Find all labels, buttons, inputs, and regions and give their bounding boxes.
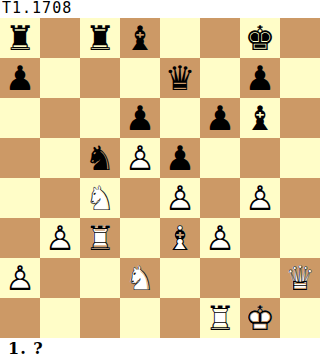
square-f1[interactable]: ♜♖	[200, 298, 240, 338]
square-f2[interactable]	[200, 258, 240, 298]
square-h5[interactable]	[280, 138, 320, 178]
piece-black-pawn: ♟	[240, 58, 280, 98]
square-g1[interactable]: ♚♔	[240, 298, 280, 338]
puzzle-id: T1.1708	[0, 0, 320, 18]
square-g6[interactable]: ♝	[240, 98, 280, 138]
square-c8[interactable]: ♜	[80, 18, 120, 58]
square-d5[interactable]: ♟♙	[120, 138, 160, 178]
square-g2[interactable]	[240, 258, 280, 298]
piece-white-rook: ♜♖	[200, 298, 240, 338]
square-e7[interactable]: ♛	[160, 58, 200, 98]
square-c2[interactable]	[80, 258, 120, 298]
move-prompt: 1. ?	[0, 338, 320, 360]
square-d2[interactable]: ♞♘	[120, 258, 160, 298]
square-c3[interactable]: ♜♖	[80, 218, 120, 258]
piece-white-pawn: ♟♙	[120, 138, 160, 178]
square-c6[interactable]	[80, 98, 120, 138]
piece-black-pawn: ♟	[0, 58, 40, 98]
square-f6[interactable]: ♟	[200, 98, 240, 138]
square-a3[interactable]	[0, 218, 40, 258]
square-c5[interactable]: ♞	[80, 138, 120, 178]
square-e2[interactable]	[160, 258, 200, 298]
square-b8[interactable]	[40, 18, 80, 58]
square-b5[interactable]	[40, 138, 80, 178]
square-e8[interactable]	[160, 18, 200, 58]
square-g8[interactable]: ♚	[240, 18, 280, 58]
square-e5[interactable]: ♟	[160, 138, 200, 178]
square-d7[interactable]	[120, 58, 160, 98]
square-c1[interactable]	[80, 298, 120, 338]
square-a8[interactable]: ♜	[0, 18, 40, 58]
square-d3[interactable]	[120, 218, 160, 258]
square-f3[interactable]: ♟♙	[200, 218, 240, 258]
square-a6[interactable]	[0, 98, 40, 138]
piece-white-knight: ♞♘	[80, 178, 120, 218]
square-b7[interactable]	[40, 58, 80, 98]
piece-white-knight: ♞♘	[120, 258, 160, 298]
square-h2[interactable]: ♛♕	[280, 258, 320, 298]
square-b3[interactable]: ♟♙	[40, 218, 80, 258]
piece-black-rook: ♜	[0, 18, 40, 58]
square-h1[interactable]	[280, 298, 320, 338]
square-a4[interactable]	[0, 178, 40, 218]
square-h6[interactable]	[280, 98, 320, 138]
piece-white-queen: ♛♕	[280, 258, 320, 298]
square-g3[interactable]	[240, 218, 280, 258]
square-e3[interactable]: ♝♗	[160, 218, 200, 258]
square-b6[interactable]	[40, 98, 80, 138]
square-h8[interactable]	[280, 18, 320, 58]
square-c4[interactable]: ♞♘	[80, 178, 120, 218]
square-f5[interactable]	[200, 138, 240, 178]
chess-board: ♜♜♝♚♟♛♟♟♟♝♞♟♙♟♞♘♟♙♟♙♟♙♜♖♝♗♟♙♟♙♞♘♛♕♜♖♚♔	[0, 18, 320, 338]
square-d1[interactable]	[120, 298, 160, 338]
piece-white-pawn: ♟♙	[200, 218, 240, 258]
piece-white-king: ♚♔	[240, 298, 280, 338]
square-d8[interactable]: ♝	[120, 18, 160, 58]
square-f4[interactable]	[200, 178, 240, 218]
piece-white-pawn: ♟♙	[240, 178, 280, 218]
piece-black-king: ♚	[240, 18, 280, 58]
piece-black-pawn: ♟	[120, 98, 160, 138]
piece-black-bishop: ♝	[240, 98, 280, 138]
square-h4[interactable]	[280, 178, 320, 218]
square-a1[interactable]	[0, 298, 40, 338]
piece-black-knight: ♞	[80, 138, 120, 178]
piece-black-pawn: ♟	[160, 138, 200, 178]
square-h3[interactable]	[280, 218, 320, 258]
square-a5[interactable]	[0, 138, 40, 178]
square-h7[interactable]	[280, 58, 320, 98]
square-d4[interactable]	[120, 178, 160, 218]
square-e4[interactable]: ♟♙	[160, 178, 200, 218]
piece-white-pawn: ♟♙	[40, 218, 80, 258]
square-c7[interactable]	[80, 58, 120, 98]
square-e1[interactable]	[160, 298, 200, 338]
piece-white-rook: ♜♖	[80, 218, 120, 258]
square-d6[interactable]: ♟	[120, 98, 160, 138]
square-b1[interactable]	[40, 298, 80, 338]
square-e6[interactable]	[160, 98, 200, 138]
square-g5[interactable]	[240, 138, 280, 178]
piece-white-pawn: ♟♙	[160, 178, 200, 218]
piece-white-pawn: ♟♙	[0, 258, 40, 298]
square-a2[interactable]: ♟♙	[0, 258, 40, 298]
piece-black-bishop: ♝	[120, 18, 160, 58]
piece-black-rook: ♜	[80, 18, 120, 58]
square-f7[interactable]	[200, 58, 240, 98]
square-g7[interactable]: ♟	[240, 58, 280, 98]
piece-white-bishop: ♝♗	[160, 218, 200, 258]
piece-black-pawn: ♟	[200, 98, 240, 138]
square-b4[interactable]	[40, 178, 80, 218]
square-f8[interactable]	[200, 18, 240, 58]
square-a7[interactable]: ♟	[0, 58, 40, 98]
square-b2[interactable]	[40, 258, 80, 298]
square-g4[interactable]: ♟♙	[240, 178, 280, 218]
piece-black-queen: ♛	[160, 58, 200, 98]
